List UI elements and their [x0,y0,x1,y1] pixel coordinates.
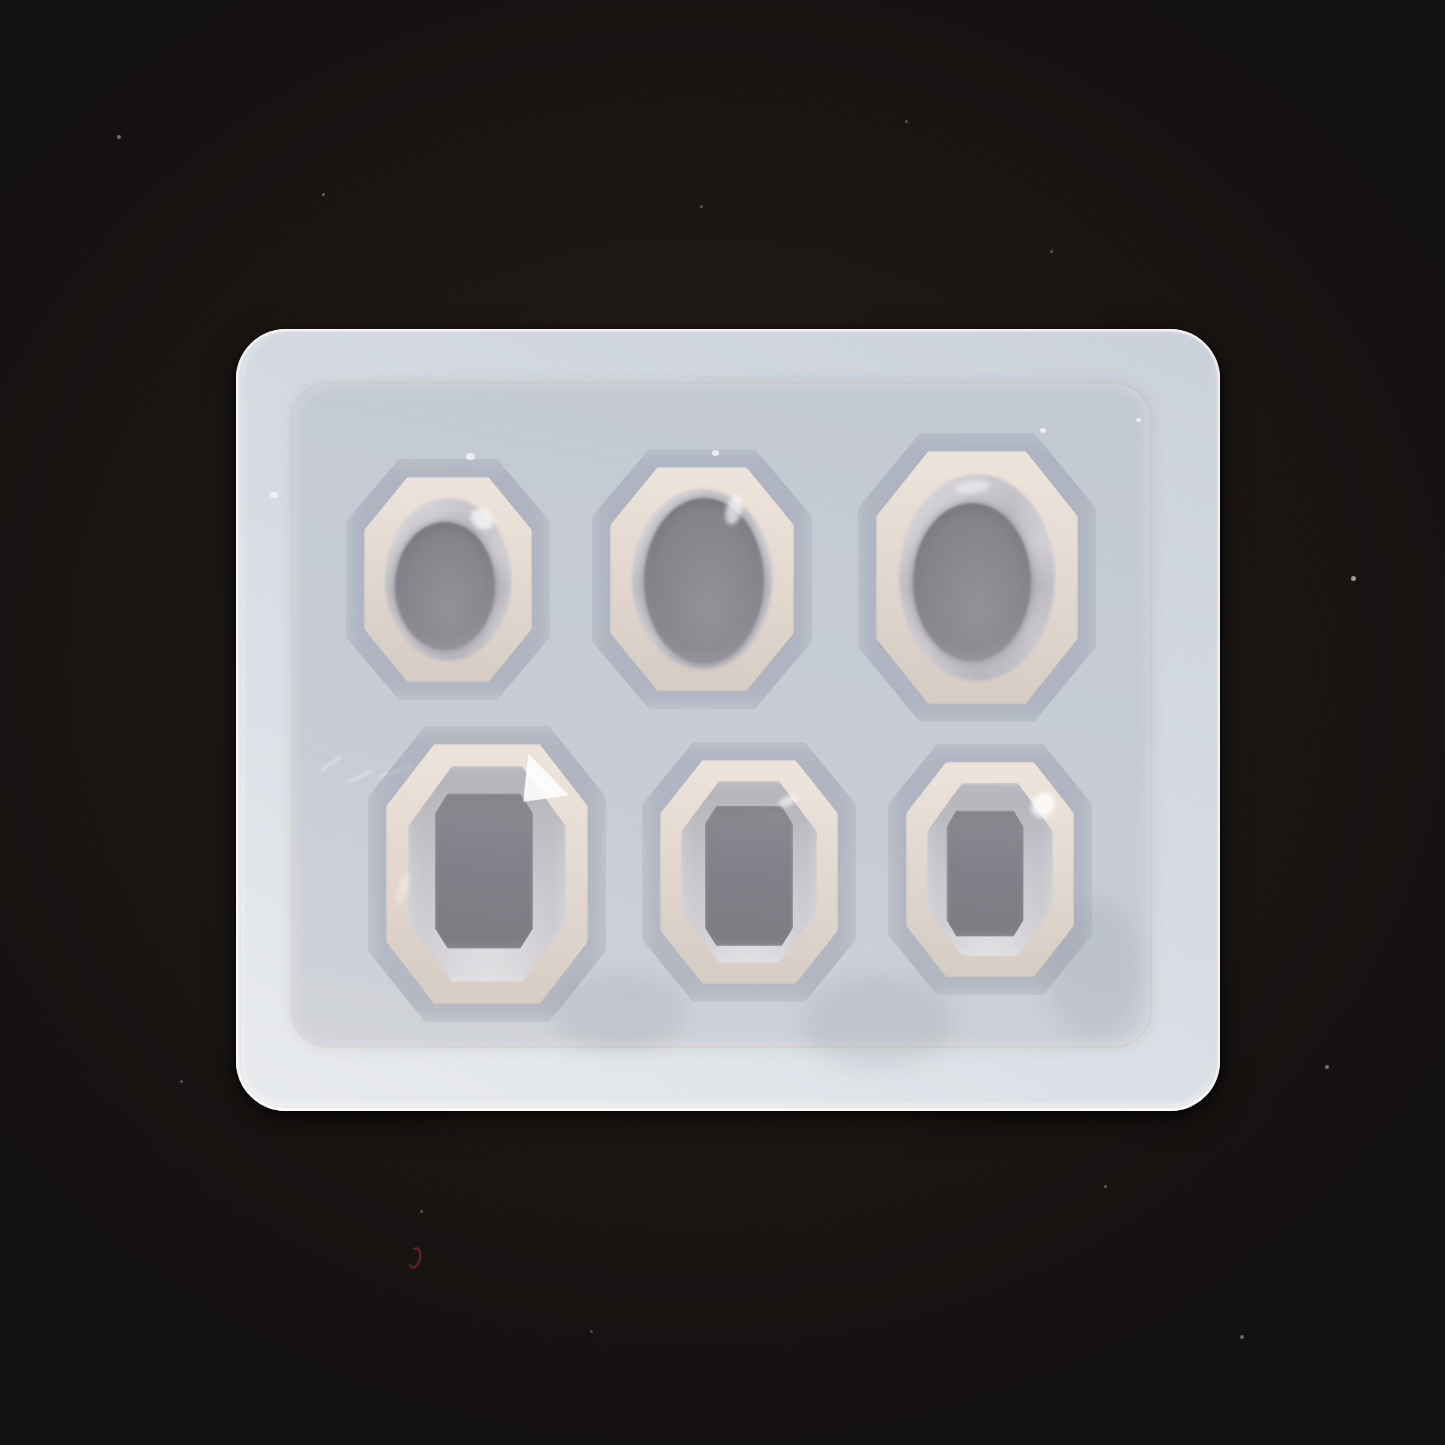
mold-fleck [1136,418,1141,422]
photo-stage [0,0,1445,1445]
dust-speck [1104,1185,1107,1188]
dust-speck [1050,250,1053,253]
dust-speck [700,205,703,208]
mold-fleck [1040,428,1046,433]
dust-speck [1351,576,1356,581]
dust-speck [905,120,908,123]
dust-speck [1240,1335,1244,1339]
dust-speck [590,1330,593,1333]
dust-speck [117,135,121,139]
silicone-mold [236,329,1220,1111]
mold-surface-flecks [236,329,1220,1111]
mold-fleck [712,450,719,456]
dust-speck [322,193,325,196]
dust-speck [420,1210,423,1213]
mold-fleck [270,492,278,498]
dust-speck [1325,1065,1329,1069]
mold-fleck [466,453,475,460]
dust-speck [180,1080,183,1083]
